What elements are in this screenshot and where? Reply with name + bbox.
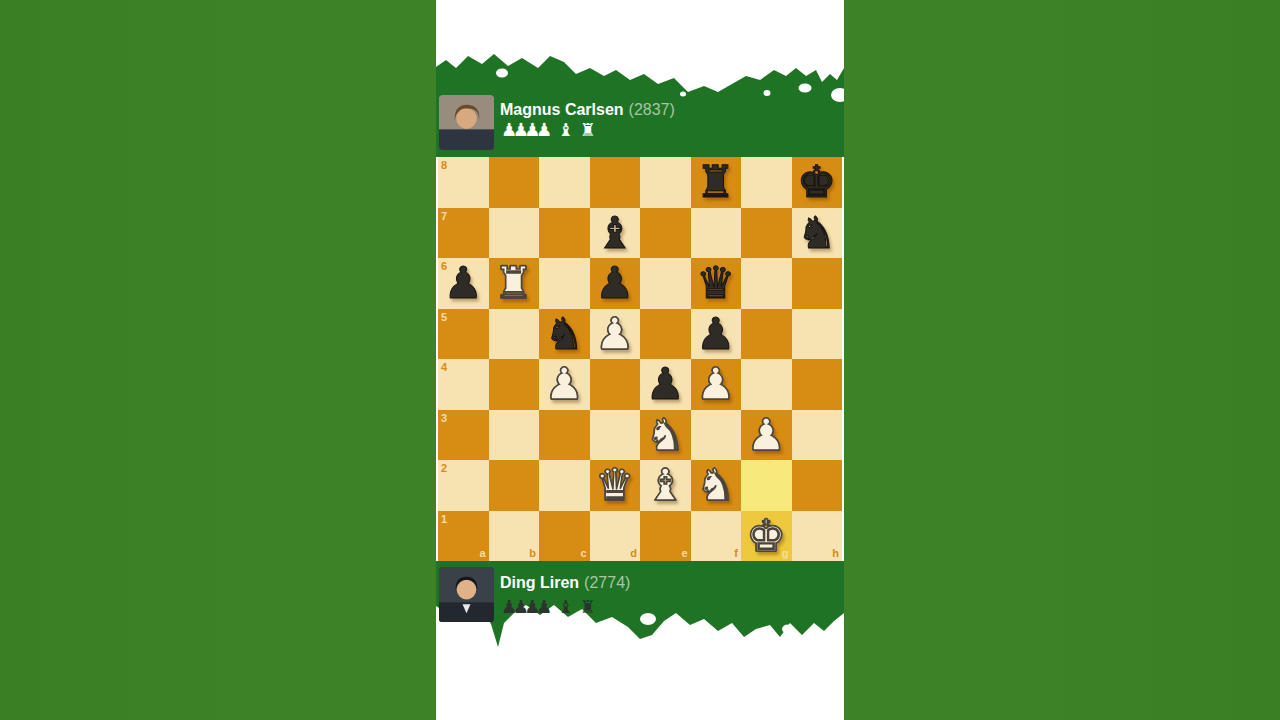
piece-white-pawn[interactable]: ♟ bbox=[691, 359, 742, 410]
square-f4[interactable]: ♟ bbox=[691, 359, 742, 410]
square-g7[interactable] bbox=[741, 208, 792, 259]
square-e6[interactable] bbox=[640, 258, 691, 309]
coord-file-b: b bbox=[529, 548, 536, 559]
square-d2[interactable]: ♛ bbox=[590, 460, 641, 511]
square-a1[interactable]: 1a bbox=[438, 511, 489, 562]
square-d5[interactable]: ♟ bbox=[590, 309, 641, 360]
square-e5[interactable] bbox=[640, 309, 691, 360]
square-b6[interactable]: ♜ bbox=[489, 258, 540, 309]
coord-rank-8: 8 bbox=[441, 160, 447, 171]
square-h2[interactable] bbox=[792, 460, 843, 511]
player-rating: (2837) bbox=[629, 101, 675, 118]
piece-black-king[interactable]: ♚ bbox=[792, 157, 843, 208]
coord-rank-1: 1 bbox=[441, 514, 447, 525]
piece-black-pawn[interactable]: ♟ bbox=[691, 309, 742, 360]
square-a4[interactable]: 4 bbox=[438, 359, 489, 410]
square-c4[interactable]: ♟ bbox=[539, 359, 590, 410]
piece-black-knight[interactable]: ♞ bbox=[792, 208, 843, 259]
player-name-text: Ding Liren bbox=[500, 574, 579, 591]
square-d7[interactable]: ♝ bbox=[590, 208, 641, 259]
square-d6[interactable]: ♟ bbox=[590, 258, 641, 309]
right-green-panel bbox=[844, 0, 1280, 720]
square-f2[interactable]: ♞ bbox=[691, 460, 742, 511]
square-e7[interactable] bbox=[640, 208, 691, 259]
coord-file-e: e bbox=[681, 548, 687, 559]
avatar-ding-liren bbox=[439, 567, 494, 622]
piece-white-knight[interactable]: ♞ bbox=[640, 410, 691, 461]
piece-white-bishop[interactable]: ♝ bbox=[640, 460, 691, 511]
square-g6[interactable] bbox=[741, 258, 792, 309]
square-b8[interactable] bbox=[489, 157, 540, 208]
captured-tray-bottom: ♟♟♟♟ ♝ ♜ bbox=[501, 597, 591, 617]
square-c2[interactable] bbox=[539, 460, 590, 511]
square-h7[interactable]: ♞ bbox=[792, 208, 843, 259]
square-e1[interactable]: e bbox=[640, 511, 691, 562]
piece-white-pawn[interactable]: ♟ bbox=[539, 359, 590, 410]
player-name-bottom: Ding Liren(2774) bbox=[500, 573, 630, 593]
torn-paper-band-bottom bbox=[436, 561, 844, 666]
coord-file-a: a bbox=[479, 548, 485, 559]
square-c1[interactable]: c bbox=[539, 511, 590, 562]
square-f5[interactable]: ♟ bbox=[691, 309, 742, 360]
coord-file-f: f bbox=[734, 548, 738, 559]
coord-file-d: d bbox=[630, 548, 637, 559]
square-e3[interactable]: ♞ bbox=[640, 410, 691, 461]
square-b7[interactable] bbox=[489, 208, 540, 259]
square-f6[interactable]: ♛ bbox=[691, 258, 742, 309]
square-g1[interactable]: g♚ bbox=[741, 511, 792, 562]
square-g3[interactable]: ♟ bbox=[741, 410, 792, 461]
coord-rank-3: 3 bbox=[441, 413, 447, 424]
piece-black-pawn[interactable]: ♟ bbox=[640, 359, 691, 410]
piece-black-bishop[interactable]: ♝ bbox=[590, 208, 641, 259]
piece-white-queen[interactable]: ♛ bbox=[590, 460, 641, 511]
square-c6[interactable] bbox=[539, 258, 590, 309]
square-a8[interactable]: 8 bbox=[438, 157, 489, 208]
square-d4[interactable] bbox=[590, 359, 641, 410]
square-a7[interactable]: 7 bbox=[438, 208, 489, 259]
coord-rank-5: 5 bbox=[441, 312, 447, 323]
square-h8[interactable]: ♚ bbox=[792, 157, 843, 208]
square-h4[interactable] bbox=[792, 359, 843, 410]
piece-white-pawn[interactable]: ♟ bbox=[590, 309, 641, 360]
square-d8[interactable] bbox=[590, 157, 641, 208]
piece-white-king[interactable]: ♚ bbox=[741, 511, 792, 562]
square-f3[interactable] bbox=[691, 410, 742, 461]
square-h6[interactable] bbox=[792, 258, 843, 309]
square-a2[interactable]: 2 bbox=[438, 460, 489, 511]
square-d3[interactable] bbox=[590, 410, 641, 461]
piece-black-pawn[interactable]: ♟ bbox=[590, 258, 641, 309]
square-g5[interactable] bbox=[741, 309, 792, 360]
piece-white-knight[interactable]: ♞ bbox=[691, 460, 742, 511]
piece-black-rook[interactable]: ♜ bbox=[691, 157, 742, 208]
square-b1[interactable]: b bbox=[489, 511, 540, 562]
square-g8[interactable] bbox=[741, 157, 792, 208]
player-name-text: Magnus Carlsen bbox=[500, 101, 624, 118]
square-c8[interactable] bbox=[539, 157, 590, 208]
square-b3[interactable] bbox=[489, 410, 540, 461]
captured-tray-top: ♟♟♟♟ ♝ ♜ bbox=[501, 120, 591, 140]
piece-black-knight[interactable]: ♞ bbox=[539, 309, 590, 360]
square-c7[interactable] bbox=[539, 208, 590, 259]
square-d1[interactable]: d bbox=[590, 511, 641, 562]
square-c3[interactable] bbox=[539, 410, 590, 461]
square-h3[interactable] bbox=[792, 410, 843, 461]
square-e8[interactable] bbox=[640, 157, 691, 208]
left-green-panel bbox=[0, 0, 436, 720]
square-e2[interactable]: ♝ bbox=[640, 460, 691, 511]
square-a3[interactable]: 3 bbox=[438, 410, 489, 461]
square-b4[interactable] bbox=[489, 359, 540, 410]
square-g4[interactable] bbox=[741, 359, 792, 410]
player-rating: (2774) bbox=[584, 574, 630, 591]
square-g2[interactable] bbox=[741, 460, 792, 511]
chess-board: 8♜♚7♝♞6♟♜♟♛5♞♟♟4♟♟♟3♞♟2♛♝♞1abcdefg♚h bbox=[438, 157, 842, 561]
square-b5[interactable] bbox=[489, 309, 540, 360]
square-a6[interactable]: 6♟ bbox=[438, 258, 489, 309]
square-b2[interactable] bbox=[489, 460, 540, 511]
piece-white-pawn[interactable]: ♟ bbox=[741, 410, 792, 461]
coord-rank-2: 2 bbox=[441, 463, 447, 474]
square-f1[interactable]: f bbox=[691, 511, 742, 562]
piece-white-rook[interactable]: ♜ bbox=[489, 258, 540, 309]
square-h5[interactable] bbox=[792, 309, 843, 360]
piece-black-pawn[interactable]: ♟ bbox=[438, 258, 489, 309]
avatar-magnus-carlsen bbox=[439, 95, 494, 150]
video-frame: Magnus Carlsen(2837) ♟♟♟♟ ♝ ♜ 8♜♚7♝♞6♟♜♟… bbox=[0, 0, 1280, 720]
player-name-top: Magnus Carlsen(2837) bbox=[500, 100, 675, 120]
square-c5[interactable]: ♞ bbox=[539, 309, 590, 360]
coord-file-h: h bbox=[832, 548, 839, 559]
coord-rank-4: 4 bbox=[441, 362, 447, 373]
square-h1[interactable]: h bbox=[792, 511, 843, 562]
video-column: Magnus Carlsen(2837) ♟♟♟♟ ♝ ♜ 8♜♚7♝♞6♟♜♟… bbox=[436, 0, 844, 720]
coord-rank-7: 7 bbox=[441, 211, 447, 222]
square-a5[interactable]: 5 bbox=[438, 309, 489, 360]
coord-file-c: c bbox=[580, 548, 586, 559]
square-f8[interactable]: ♜ bbox=[691, 157, 742, 208]
square-f7[interactable] bbox=[691, 208, 742, 259]
piece-black-queen[interactable]: ♛ bbox=[691, 258, 742, 309]
square-e4[interactable]: ♟ bbox=[640, 359, 691, 410]
